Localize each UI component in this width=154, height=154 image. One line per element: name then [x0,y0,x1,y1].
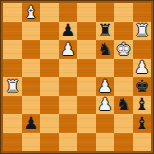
square-c4[interactable] [40,77,59,96]
square-h1[interactable] [133,133,152,152]
square-c8[interactable] [40,3,59,22]
square-a7[interactable] [3,22,22,41]
square-e4[interactable] [77,77,96,96]
white-pawn: ♟ [134,59,149,76]
square-g3[interactable]: ♞ [114,96,133,115]
white-pawn: ♟ [60,40,75,57]
square-a5[interactable] [3,59,22,78]
square-e1[interactable] [77,133,96,152]
black-knight: ♞ [97,40,112,57]
square-c2[interactable] [40,114,59,133]
square-f6[interactable]: ♞ [96,40,115,59]
black-knight: ♞ [116,96,131,113]
square-f5[interactable] [96,59,115,78]
chessboard: ♝♟♜♜♟♞♚♟♜♟♚♟♞♝♟♝ [3,3,151,151]
square-b8[interactable]: ♝ [22,3,41,22]
square-e8[interactable] [77,3,96,22]
square-f4[interactable]: ♟ [96,77,115,96]
square-d1[interactable] [59,133,78,152]
square-f3[interactable]: ♟ [96,96,115,115]
square-a6[interactable] [3,40,22,59]
black-pawn: ♟ [60,22,75,39]
square-c7[interactable] [40,22,59,41]
white-bishop: ♝ [23,3,38,20]
square-c1[interactable] [40,133,59,152]
square-d8[interactable] [59,3,78,22]
square-d4[interactable] [59,77,78,96]
square-b6[interactable] [22,40,41,59]
square-e5[interactable] [77,59,96,78]
square-g2[interactable] [114,114,133,133]
square-b7[interactable] [22,22,41,41]
white-king: ♚ [116,40,131,57]
square-b4[interactable] [22,77,41,96]
square-e2[interactable] [77,114,96,133]
square-h3[interactable]: ♝ [133,96,152,115]
square-d2[interactable] [59,114,78,133]
square-h4[interactable]: ♚ [133,77,152,96]
square-a4[interactable]: ♜ [3,77,22,96]
square-g5[interactable] [114,59,133,78]
square-b1[interactable] [22,133,41,152]
square-f1[interactable] [96,133,115,152]
board-frame: ♝♟♜♜♟♞♚♟♜♟♚♟♞♝♟♝ [0,0,154,154]
white-rook: ♜ [134,22,149,39]
square-d3[interactable] [59,96,78,115]
square-g6[interactable]: ♚ [114,40,133,59]
square-b3[interactable] [22,96,41,115]
square-d7[interactable]: ♟ [59,22,78,41]
square-e7[interactable] [77,22,96,41]
square-a8[interactable] [3,3,22,22]
square-g1[interactable] [114,133,133,152]
square-g4[interactable] [114,77,133,96]
square-b5[interactable] [22,59,41,78]
square-d6[interactable]: ♟ [59,40,78,59]
square-f8[interactable] [96,3,115,22]
white-rook: ♜ [5,77,20,94]
square-h6[interactable] [133,40,152,59]
square-h7[interactable]: ♜ [133,22,152,41]
black-king: ♚ [134,77,149,94]
square-h5[interactable]: ♟ [133,59,152,78]
white-pawn: ♟ [97,96,112,113]
square-b2[interactable]: ♟ [22,114,41,133]
black-rook: ♜ [97,22,112,39]
square-a2[interactable] [3,114,22,133]
square-g8[interactable] [114,3,133,22]
square-a1[interactable] [3,133,22,152]
square-f2[interactable] [96,114,115,133]
square-h2[interactable]: ♝ [133,114,152,133]
black-pawn: ♟ [23,114,38,131]
black-bishop: ♝ [134,114,149,131]
square-c3[interactable] [40,96,59,115]
black-bishop: ♝ [134,96,149,113]
square-c5[interactable] [40,59,59,78]
square-h8[interactable] [133,3,152,22]
square-g7[interactable] [114,22,133,41]
square-e3[interactable] [77,96,96,115]
square-c6[interactable] [40,40,59,59]
white-pawn: ♟ [97,77,112,94]
square-f7[interactable]: ♜ [96,22,115,41]
square-a3[interactable] [3,96,22,115]
square-d5[interactable] [59,59,78,78]
square-e6[interactable] [77,40,96,59]
